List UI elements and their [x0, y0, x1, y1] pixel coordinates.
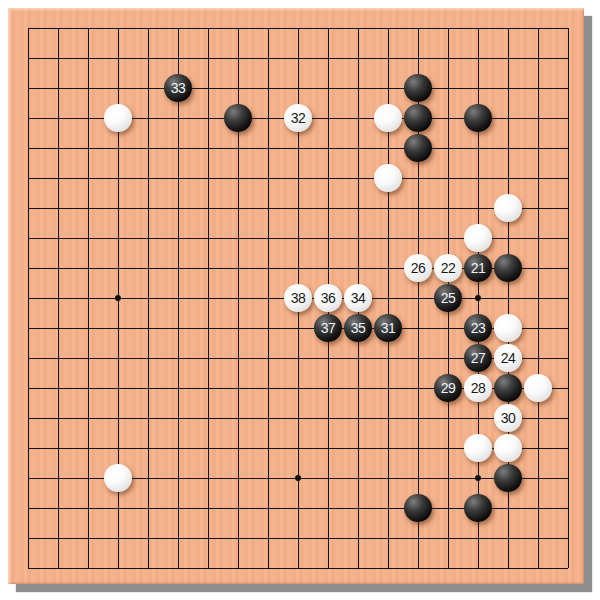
black-stone[interactable]: 29 [434, 374, 462, 402]
black-stone[interactable] [464, 494, 492, 522]
black-stone[interactable] [494, 464, 522, 492]
white-stone[interactable]: 24 [494, 344, 522, 372]
move-number: 21 [471, 261, 486, 275]
white-stone[interactable]: 26 [404, 254, 432, 282]
black-stone[interactable]: 31 [374, 314, 402, 342]
grid-line-h-18 [28, 568, 568, 569]
black-stone[interactable]: 37 [314, 314, 342, 342]
black-stone[interactable] [404, 104, 432, 132]
black-stone[interactable] [494, 374, 522, 402]
white-stone[interactable] [494, 314, 522, 342]
move-number: 24 [501, 351, 516, 365]
black-stone[interactable] [404, 74, 432, 102]
black-stone[interactable]: 35 [344, 314, 372, 342]
star-point [475, 295, 481, 301]
page: 333226222138363425373531232724292830 [0, 0, 600, 600]
white-stone[interactable] [524, 374, 552, 402]
white-stone[interactable] [464, 434, 492, 462]
grid-line-h-13 [28, 418, 568, 419]
white-stone[interactable]: 34 [344, 284, 372, 312]
move-number: 33 [171, 81, 186, 95]
move-number: 25 [441, 291, 456, 305]
white-stone[interactable] [104, 104, 132, 132]
go-board[interactable]: 333226222138363425373531232724292830 [8, 8, 584, 584]
white-stone[interactable]: 38 [284, 284, 312, 312]
white-stone[interactable] [374, 164, 402, 192]
move-number: 35 [351, 321, 366, 335]
black-stone[interactable]: 33 [164, 74, 192, 102]
star-point [295, 475, 301, 481]
white-stone[interactable]: 30 [494, 404, 522, 432]
black-stone[interactable] [494, 254, 522, 282]
white-stone[interactable]: 32 [284, 104, 312, 132]
white-stone[interactable] [464, 224, 492, 252]
black-stone[interactable]: 25 [434, 284, 462, 312]
move-number: 34 [351, 291, 366, 305]
black-stone[interactable]: 23 [464, 314, 492, 342]
white-stone[interactable]: 22 [434, 254, 462, 282]
move-number: 27 [471, 351, 486, 365]
black-stone[interactable]: 21 [464, 254, 492, 282]
move-number: 36 [321, 291, 336, 305]
grid-line-v-17 [538, 28, 539, 568]
grid-line-v-18 [568, 28, 569, 568]
move-number: 28 [471, 381, 486, 395]
white-stone[interactable]: 28 [464, 374, 492, 402]
white-stone[interactable] [494, 434, 522, 462]
move-number: 30 [501, 411, 516, 425]
black-stone[interactable]: 27 [464, 344, 492, 372]
white-stone[interactable] [494, 194, 522, 222]
move-number: 23 [471, 321, 486, 335]
move-number: 32 [291, 111, 306, 125]
black-stone[interactable] [464, 104, 492, 132]
black-stone[interactable] [224, 104, 252, 132]
white-stone[interactable] [104, 464, 132, 492]
move-number: 29 [441, 381, 456, 395]
black-stone[interactable] [404, 494, 432, 522]
star-point [115, 295, 121, 301]
white-stone[interactable] [374, 104, 402, 132]
move-number: 22 [441, 261, 456, 275]
move-number: 26 [411, 261, 426, 275]
star-point [475, 475, 481, 481]
move-number: 38 [291, 291, 306, 305]
white-stone[interactable]: 36 [314, 284, 342, 312]
move-number: 31 [381, 321, 396, 335]
grid-line-h-17 [28, 538, 568, 539]
move-number: 37 [321, 321, 336, 335]
black-stone[interactable] [404, 134, 432, 162]
